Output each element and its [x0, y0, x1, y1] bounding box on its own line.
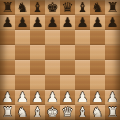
square-r4c7[interactable] [105, 60, 120, 75]
square-r1c6[interactable]: ♟ [90, 15, 105, 30]
square-r3c5[interactable] [75, 45, 90, 60]
piece-black-pawn[interactable]: ♟ [1, 15, 13, 30]
square-r2c4[interactable] [60, 30, 75, 45]
piece-black-king[interactable]: ♚ [46, 0, 58, 15]
piece-white-rook[interactable]: ♜ [106, 105, 118, 120]
piece-white-bishop[interactable]: ♝ [31, 105, 43, 120]
piece-black-pawn[interactable]: ♟ [16, 15, 28, 30]
square-r1c0[interactable]: ♟ [0, 15, 15, 30]
piece-white-pawn[interactable]: ♟ [1, 90, 13, 105]
piece-white-queen[interactable]: ♛ [61, 105, 73, 120]
square-r3c7[interactable] [105, 45, 120, 60]
square-r3c6[interactable] [90, 45, 105, 60]
square-r2c7[interactable] [105, 30, 120, 45]
piece-black-knight[interactable]: ♞ [16, 0, 28, 15]
square-r2c5[interactable] [75, 30, 90, 45]
chess-board: ♜♞♝♚♛♝♞♜♟♟♟♟♟♟♟♟♟♟♟♟♟♟♟♟♜♞♝♚♛♝♞♜ [0, 0, 120, 120]
square-r1c3[interactable]: ♟ [45, 15, 60, 30]
square-r4c6[interactable] [90, 60, 105, 75]
square-r2c0[interactable] [0, 30, 15, 45]
square-r7c3[interactable]: ♚ [45, 105, 60, 120]
square-r7c0[interactable]: ♜ [0, 105, 15, 120]
square-r3c2[interactable] [30, 45, 45, 60]
square-r4c1[interactable] [15, 60, 30, 75]
square-r2c6[interactable] [90, 30, 105, 45]
piece-white-pawn[interactable]: ♟ [91, 90, 103, 105]
square-r4c4[interactable] [60, 60, 75, 75]
square-r4c2[interactable] [30, 60, 45, 75]
piece-black-bishop[interactable]: ♝ [31, 0, 43, 15]
square-r2c1[interactable] [15, 30, 30, 45]
square-r2c3[interactable] [45, 30, 60, 45]
piece-white-pawn[interactable]: ♟ [16, 90, 28, 105]
piece-white-king[interactable]: ♚ [46, 105, 58, 120]
square-r7c6[interactable]: ♞ [90, 105, 105, 120]
square-r7c7[interactable]: ♜ [105, 105, 120, 120]
chess-board-container: ♜♞♝♚♛♝♞♜♟♟♟♟♟♟♟♟♟♟♟♟♟♟♟♟♜♞♝♚♛♝♞♜ [0, 0, 120, 120]
square-r2c2[interactable] [30, 30, 45, 45]
piece-white-bishop[interactable]: ♝ [76, 105, 88, 120]
piece-black-pawn[interactable]: ♟ [46, 15, 58, 30]
piece-black-bishop[interactable]: ♝ [76, 0, 88, 15]
piece-white-pawn[interactable]: ♟ [31, 90, 43, 105]
square-r7c4[interactable]: ♛ [60, 105, 75, 120]
piece-black-queen[interactable]: ♛ [61, 0, 73, 15]
square-r7c5[interactable]: ♝ [75, 105, 90, 120]
square-r3c4[interactable] [60, 45, 75, 60]
square-r3c3[interactable] [45, 45, 60, 60]
square-r4c0[interactable] [0, 60, 15, 75]
piece-white-knight[interactable]: ♞ [91, 105, 103, 120]
square-r7c2[interactable]: ♝ [30, 105, 45, 120]
piece-white-knight[interactable]: ♞ [16, 105, 28, 120]
square-r1c7[interactable]: ♟ [105, 15, 120, 30]
square-r4c5[interactable] [75, 60, 90, 75]
piece-white-rook[interactable]: ♜ [1, 105, 13, 120]
piece-black-rook[interactable]: ♜ [1, 0, 13, 15]
piece-black-rook[interactable]: ♜ [106, 0, 118, 15]
piece-white-pawn[interactable]: ♟ [76, 90, 88, 105]
piece-black-pawn[interactable]: ♟ [31, 15, 43, 30]
square-r3c1[interactable] [15, 45, 30, 60]
piece-white-pawn[interactable]: ♟ [46, 90, 58, 105]
piece-black-pawn[interactable]: ♟ [106, 15, 118, 30]
square-r7c1[interactable]: ♞ [15, 105, 30, 120]
square-r1c4[interactable]: ♟ [60, 15, 75, 30]
piece-black-knight[interactable]: ♞ [91, 0, 103, 15]
square-r1c5[interactable]: ♟ [75, 15, 90, 30]
square-r1c1[interactable]: ♟ [15, 15, 30, 30]
piece-black-pawn[interactable]: ♟ [91, 15, 103, 30]
piece-white-pawn[interactable]: ♟ [106, 90, 118, 105]
piece-black-pawn[interactable]: ♟ [76, 15, 88, 30]
piece-white-pawn[interactable]: ♟ [61, 90, 73, 105]
square-r3c0[interactable] [0, 45, 15, 60]
square-r1c2[interactable]: ♟ [30, 15, 45, 30]
piece-black-pawn[interactable]: ♟ [61, 15, 73, 30]
square-r4c3[interactable] [45, 60, 60, 75]
